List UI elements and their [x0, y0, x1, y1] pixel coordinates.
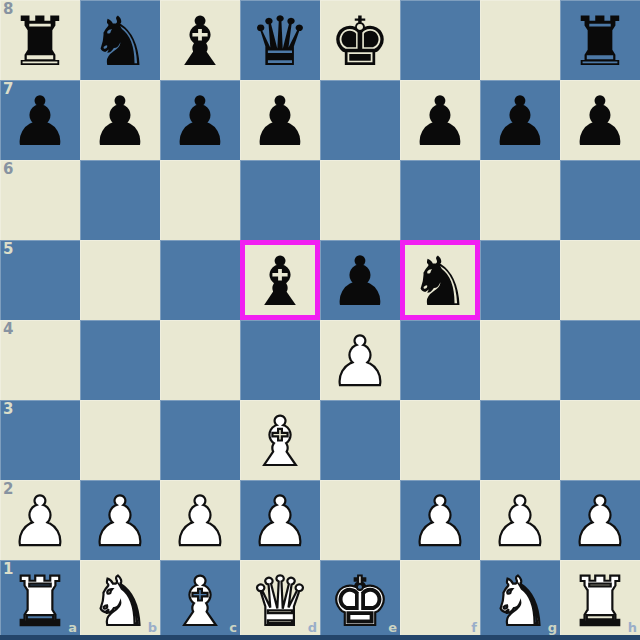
white-bishop-c1[interactable]: ♝: [160, 562, 240, 640]
square-g7[interactable]: ♟: [480, 80, 560, 160]
file-label-h: h: [628, 620, 637, 635]
square-f1[interactable]: f: [400, 560, 480, 640]
square-b2[interactable]: ♟: [80, 480, 160, 560]
square-a5[interactable]: 5: [0, 240, 80, 320]
square-f7[interactable]: ♟: [400, 80, 480, 160]
square-h3[interactable]: [560, 400, 640, 480]
square-h4[interactable]: [560, 320, 640, 400]
rank-label-5: 5: [3, 240, 13, 258]
square-c8[interactable]: ♝: [160, 0, 240, 80]
white-pawn-h2[interactable]: ♟: [560, 482, 640, 562]
white-pawn-d2[interactable]: ♟: [240, 482, 320, 562]
square-e2[interactable]: [320, 480, 400, 560]
square-d1[interactable]: d♛: [240, 560, 320, 640]
square-a7[interactable]: 7♟: [0, 80, 80, 160]
square-f2[interactable]: ♟: [400, 480, 480, 560]
square-e8[interactable]: ♚: [320, 0, 400, 80]
board-bottom-edge: [0, 635, 640, 640]
square-g2[interactable]: ♟: [480, 480, 560, 560]
square-g5[interactable]: [480, 240, 560, 320]
square-e5[interactable]: ♟: [320, 240, 400, 320]
white-pawn-g2[interactable]: ♟: [480, 482, 560, 562]
square-b1[interactable]: b♞: [80, 560, 160, 640]
black-pawn-b7[interactable]: ♟: [80, 82, 160, 162]
square-g8[interactable]: [480, 0, 560, 80]
square-c3[interactable]: [160, 400, 240, 480]
file-label-e: e: [388, 620, 397, 635]
square-d4[interactable]: [240, 320, 320, 400]
black-knight-b8[interactable]: ♞: [80, 2, 160, 82]
black-queen-d8[interactable]: ♛: [240, 2, 320, 82]
black-bishop-c8[interactable]: ♝: [160, 2, 240, 82]
black-rook-a8[interactable]: ♜: [0, 2, 80, 82]
file-label-a: a: [68, 620, 77, 635]
square-a6[interactable]: 6: [0, 160, 80, 240]
file-label-b: b: [148, 620, 157, 635]
rank-label-6: 6: [3, 160, 13, 178]
square-c4[interactable]: [160, 320, 240, 400]
square-c6[interactable]: [160, 160, 240, 240]
square-e4[interactable]: ♟: [320, 320, 400, 400]
highlighted-square-d5[interactable]: ♝: [240, 240, 320, 320]
square-h2[interactable]: ♟: [560, 480, 640, 560]
file-label-d: d: [308, 620, 317, 635]
black-pawn-g7[interactable]: ♟: [480, 82, 560, 162]
black-knight-f5[interactable]: ♞: [400, 242, 480, 322]
white-pawn-b2[interactable]: ♟: [80, 482, 160, 562]
square-c7[interactable]: ♟: [160, 80, 240, 160]
file-label-f: f: [471, 620, 477, 635]
square-d8[interactable]: ♛: [240, 0, 320, 80]
square-h5[interactable]: [560, 240, 640, 320]
square-b8[interactable]: ♞: [80, 0, 160, 80]
square-b5[interactable]: [80, 240, 160, 320]
square-h8[interactable]: ♜: [560, 0, 640, 80]
square-a3[interactable]: 3: [0, 400, 80, 480]
square-g1[interactable]: g♞: [480, 560, 560, 640]
square-e7[interactable]: [320, 80, 400, 160]
file-label-c: c: [229, 620, 237, 635]
square-g3[interactable]: [480, 400, 560, 480]
file-label-g: g: [548, 620, 557, 635]
black-pawn-d7[interactable]: ♟: [240, 82, 320, 162]
square-b7[interactable]: ♟: [80, 80, 160, 160]
square-a8[interactable]: 8♜: [0, 0, 80, 80]
square-f8[interactable]: [400, 0, 480, 80]
black-pawn-a7[interactable]: ♟: [0, 82, 80, 162]
square-e3[interactable]: [320, 400, 400, 480]
square-d6[interactable]: [240, 160, 320, 240]
rank-label-3: 3: [3, 400, 13, 418]
white-pawn-c2[interactable]: ♟: [160, 482, 240, 562]
black-pawn-h7[interactable]: ♟: [560, 82, 640, 162]
white-bishop-d3[interactable]: ♝: [240, 402, 320, 482]
white-pawn-a2[interactable]: ♟: [0, 482, 80, 562]
white-pawn-e4[interactable]: ♟: [320, 322, 400, 402]
black-rook-h8[interactable]: ♜: [560, 2, 640, 82]
square-d7[interactable]: ♟: [240, 80, 320, 160]
square-d3[interactable]: ♝: [240, 400, 320, 480]
square-c5[interactable]: [160, 240, 240, 320]
square-c2[interactable]: ♟: [160, 480, 240, 560]
white-pawn-f2[interactable]: ♟: [400, 482, 480, 562]
square-f3[interactable]: [400, 400, 480, 480]
square-e6[interactable]: [320, 160, 400, 240]
square-h7[interactable]: ♟: [560, 80, 640, 160]
square-g4[interactable]: [480, 320, 560, 400]
square-c1[interactable]: c♝: [160, 560, 240, 640]
square-e1[interactable]: e♚: [320, 560, 400, 640]
square-a4[interactable]: 4: [0, 320, 80, 400]
square-a2[interactable]: 2♟: [0, 480, 80, 560]
black-pawn-e5[interactable]: ♟: [320, 242, 400, 322]
square-g6[interactable]: [480, 160, 560, 240]
black-pawn-f7[interactable]: ♟: [400, 82, 480, 162]
square-h6[interactable]: [560, 160, 640, 240]
square-f6[interactable]: [400, 160, 480, 240]
rank-label-4: 4: [3, 320, 13, 338]
black-pawn-c7[interactable]: ♟: [160, 82, 240, 162]
square-h1[interactable]: h♜: [560, 560, 640, 640]
chess-board: 8♜♞♝♛♚♜7♟♟♟♟♟♟♟65♝♟♞4♟3♝2♟♟♟♟♟♟♟1a♜b♞c♝d…: [0, 0, 640, 640]
square-a1[interactable]: 1a♜: [0, 560, 80, 640]
black-bishop-d5[interactable]: ♝: [240, 242, 320, 322]
square-f4[interactable]: [400, 320, 480, 400]
square-d2[interactable]: ♟: [240, 480, 320, 560]
square-b3[interactable]: [80, 400, 160, 480]
highlighted-square-f5[interactable]: ♞: [400, 240, 480, 320]
black-king-e8[interactable]: ♚: [320, 2, 400, 82]
square-b6[interactable]: [80, 160, 160, 240]
square-b4[interactable]: [80, 320, 160, 400]
